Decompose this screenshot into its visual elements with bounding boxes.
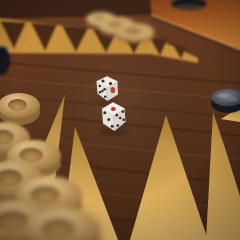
vignette [0, 0, 240, 240]
board-scene [0, 0, 240, 240]
backgammon-board-photo [0, 0, 240, 240]
